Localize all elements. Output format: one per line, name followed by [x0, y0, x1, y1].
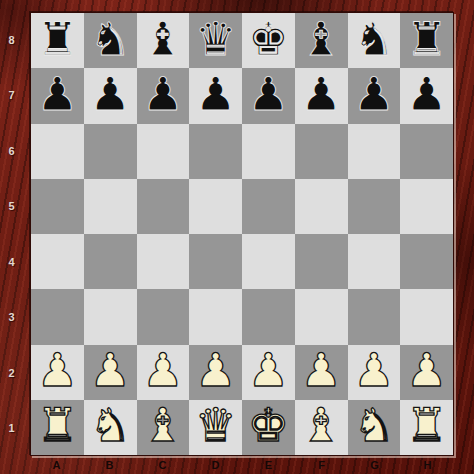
file-label-f: F: [295, 456, 348, 474]
white-bishop-icon: ♝: [142, 402, 183, 448]
square-h2[interactable]: ♟: [400, 345, 453, 400]
file-label-b: B: [83, 456, 136, 474]
white-rook-icon: ♜: [406, 402, 447, 448]
square-h5[interactable]: [400, 179, 453, 234]
square-b4[interactable]: [84, 234, 137, 289]
square-c3[interactable]: [137, 289, 190, 344]
square-f6[interactable]: [295, 124, 348, 179]
square-d2[interactable]: ♟: [189, 345, 242, 400]
rank-label-4: 4: [0, 234, 30, 290]
white-pawn-icon: ♟: [37, 347, 78, 393]
rank-label-8: 8: [0, 12, 30, 68]
square-e2[interactable]: ♟: [242, 345, 295, 400]
black-knight-icon: ♞: [353, 16, 394, 62]
file-label-c: C: [136, 456, 189, 474]
square-d4[interactable]: [189, 234, 242, 289]
black-pawn-icon: ♟: [406, 71, 447, 117]
square-a6[interactable]: [31, 124, 84, 179]
black-pawn-icon: ♟: [301, 71, 342, 117]
black-pawn-icon: ♟: [195, 71, 236, 117]
white-pawn-icon: ♟: [406, 347, 447, 393]
square-h1[interactable]: ♜: [400, 400, 453, 455]
white-bishop-icon: ♝: [301, 402, 342, 448]
white-pawn-icon: ♟: [90, 347, 131, 393]
square-c5[interactable]: [137, 179, 190, 234]
square-g3[interactable]: [348, 289, 401, 344]
black-pawn-icon: ♟: [353, 71, 394, 117]
square-g8[interactable]: ♞: [348, 13, 401, 68]
square-f2[interactable]: ♟: [295, 345, 348, 400]
square-e3[interactable]: [242, 289, 295, 344]
black-king-icon: ♚: [248, 16, 289, 62]
square-g6[interactable]: [348, 124, 401, 179]
square-d3[interactable]: [189, 289, 242, 344]
square-b5[interactable]: [84, 179, 137, 234]
square-f8[interactable]: ♝: [295, 13, 348, 68]
white-knight-icon: ♞: [90, 402, 131, 448]
black-bishop-icon: ♝: [142, 16, 183, 62]
white-pawn-icon: ♟: [142, 347, 183, 393]
square-c4[interactable]: [137, 234, 190, 289]
square-f5[interactable]: [295, 179, 348, 234]
square-f7[interactable]: ♟: [295, 68, 348, 123]
black-pawn-icon: ♟: [37, 71, 78, 117]
square-g7[interactable]: ♟: [348, 68, 401, 123]
rank-label-1: 1: [0, 401, 30, 457]
square-e5[interactable]: [242, 179, 295, 234]
square-h8[interactable]: ♜: [400, 13, 453, 68]
rank-label-5: 5: [0, 179, 30, 235]
square-g4[interactable]: [348, 234, 401, 289]
square-a3[interactable]: [31, 289, 84, 344]
white-knight-icon: ♞: [353, 402, 394, 448]
white-pawn-icon: ♟: [353, 347, 394, 393]
file-labels: ABCDEFGH: [30, 456, 454, 474]
white-pawn-icon: ♟: [248, 347, 289, 393]
square-g1[interactable]: ♞: [348, 400, 401, 455]
square-c2[interactable]: ♟: [137, 345, 190, 400]
black-pawn-icon: ♟: [142, 71, 183, 117]
rank-label-2: 2: [0, 345, 30, 401]
white-rook-icon: ♜: [37, 402, 78, 448]
square-a2[interactable]: ♟: [31, 345, 84, 400]
square-d8[interactable]: ♛: [189, 13, 242, 68]
square-h7[interactable]: ♟: [400, 68, 453, 123]
square-f3[interactable]: [295, 289, 348, 344]
rank-label-6: 6: [0, 123, 30, 179]
white-pawn-icon: ♟: [301, 347, 342, 393]
black-bishop-icon: ♝: [301, 16, 342, 62]
file-label-a: A: [30, 456, 83, 474]
file-label-h: H: [401, 456, 454, 474]
square-c8[interactable]: ♝: [137, 13, 190, 68]
white-pawn-icon: ♟: [195, 347, 236, 393]
black-knight-icon: ♞: [90, 16, 131, 62]
square-c1[interactable]: ♝: [137, 400, 190, 455]
square-d7[interactable]: ♟: [189, 68, 242, 123]
file-label-e: E: [242, 456, 295, 474]
square-b3[interactable]: [84, 289, 137, 344]
file-label-d: D: [189, 456, 242, 474]
square-h4[interactable]: [400, 234, 453, 289]
square-c6[interactable]: [137, 124, 190, 179]
black-pawn-icon: ♟: [248, 71, 289, 117]
white-queen-icon: ♛: [195, 402, 236, 448]
square-f4[interactable]: [295, 234, 348, 289]
square-a5[interactable]: [31, 179, 84, 234]
white-king-icon: ♚: [248, 402, 289, 448]
square-e1[interactable]: ♚: [242, 400, 295, 455]
black-rook-icon: ♜: [37, 16, 78, 62]
rank-labels: 87654321: [0, 12, 30, 456]
square-c7[interactable]: ♟: [137, 68, 190, 123]
square-b7[interactable]: ♟: [84, 68, 137, 123]
square-e6[interactable]: [242, 124, 295, 179]
rank-label-3: 3: [0, 290, 30, 346]
square-b2[interactable]: ♟: [84, 345, 137, 400]
chess-board: ♜♞♝♛♚♝♞♜♟♟♟♟♟♟♟♟♟♟♟♟♟♟♟♟♜♞♝♛♚♝♞♜: [30, 12, 454, 456]
square-d1[interactable]: ♛: [189, 400, 242, 455]
square-e8[interactable]: ♚: [242, 13, 295, 68]
black-pawn-icon: ♟: [90, 71, 131, 117]
square-a8[interactable]: ♜: [31, 13, 84, 68]
square-b6[interactable]: [84, 124, 137, 179]
board-frame: 87654321 ♜♞♝♛♚♝♞♜♟♟♟♟♟♟♟♟♟♟♟♟♟♟♟♟♜♞♝♛♚♝♞…: [0, 0, 474, 474]
square-g5[interactable]: [348, 179, 401, 234]
square-d5[interactable]: [189, 179, 242, 234]
square-h3[interactable]: [400, 289, 453, 344]
square-a7[interactable]: ♟: [31, 68, 84, 123]
square-b1[interactable]: ♞: [84, 400, 137, 455]
square-g2[interactable]: ♟: [348, 345, 401, 400]
square-a4[interactable]: [31, 234, 84, 289]
square-e7[interactable]: ♟: [242, 68, 295, 123]
square-d6[interactable]: [189, 124, 242, 179]
square-h6[interactable]: [400, 124, 453, 179]
square-a1[interactable]: ♜: [31, 400, 84, 455]
rank-label-7: 7: [0, 68, 30, 124]
black-queen-icon: ♛: [195, 16, 236, 62]
square-f1[interactable]: ♝: [295, 400, 348, 455]
square-b8[interactable]: ♞: [84, 13, 137, 68]
black-rook-icon: ♜: [406, 16, 447, 62]
file-label-g: G: [348, 456, 401, 474]
square-e4[interactable]: [242, 234, 295, 289]
